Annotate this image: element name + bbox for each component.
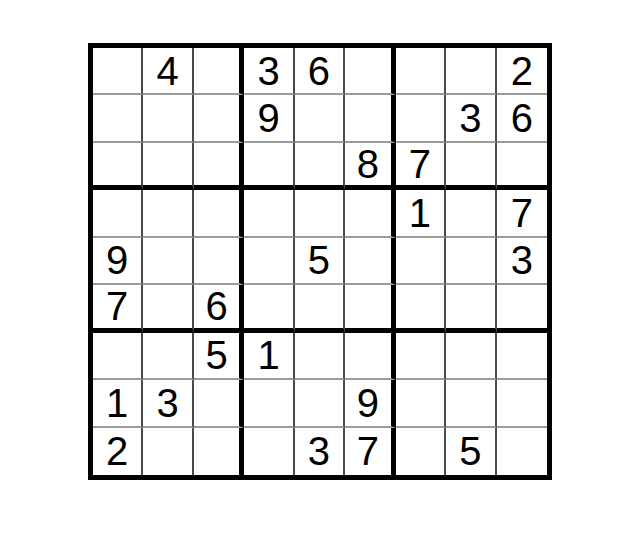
cell-r8c2-given-3[interactable]: 3 (143, 380, 193, 427)
cell-r9c3[interactable] (194, 428, 244, 475)
cell-r4c5[interactable] (295, 190, 345, 237)
cell-r9c5-given-3[interactable]: 3 (295, 428, 345, 475)
cell-r7c3-given-5[interactable]: 5 (194, 333, 244, 380)
cell-r4c9-given-7[interactable]: 7 (497, 190, 547, 237)
page-background: 4362936871795376511392375 (0, 0, 640, 540)
cell-r5c1-given-9[interactable]: 9 (93, 238, 143, 285)
cell-r3c9[interactable] (497, 143, 547, 190)
cell-r4c7-given-1[interactable]: 1 (396, 190, 446, 237)
cell-r3c2[interactable] (143, 143, 193, 190)
cell-r5c5-given-5[interactable]: 5 (295, 238, 345, 285)
cell-r7c9[interactable] (497, 333, 547, 380)
cell-r4c8[interactable] (446, 190, 496, 237)
cell-r3c8[interactable] (446, 143, 496, 190)
cell-r7c7[interactable] (396, 333, 446, 380)
cell-r5c4[interactable] (244, 238, 294, 285)
cell-r1c2-given-4[interactable]: 4 (143, 48, 193, 95)
cell-r1c8[interactable] (446, 48, 496, 95)
cell-r2c7[interactable] (396, 95, 446, 142)
cell-r8c5[interactable] (295, 380, 345, 427)
cell-r6c4[interactable] (244, 285, 294, 332)
cell-r1c5-given-6[interactable]: 6 (295, 48, 345, 95)
cell-r3c1[interactable] (93, 143, 143, 190)
cell-r2c9-given-6[interactable]: 6 (497, 95, 547, 142)
cell-r3c4[interactable] (244, 143, 294, 190)
cell-r8c1-given-1[interactable]: 1 (93, 380, 143, 427)
cell-r2c2[interactable] (143, 95, 193, 142)
cell-r1c4-given-3[interactable]: 3 (244, 48, 294, 95)
cell-r7c2[interactable] (143, 333, 193, 380)
cell-r7c1[interactable] (93, 333, 143, 380)
cell-r8c6-given-9[interactable]: 9 (345, 380, 395, 427)
cell-r1c3[interactable] (194, 48, 244, 95)
cell-r8c3[interactable] (194, 380, 244, 427)
cell-r9c2[interactable] (143, 428, 193, 475)
cell-r4c4[interactable] (244, 190, 294, 237)
cell-r6c2[interactable] (143, 285, 193, 332)
cell-r7c8[interactable] (446, 333, 496, 380)
cell-r9c4[interactable] (244, 428, 294, 475)
sudoku-grid: 4362936871795376511392375 (88, 43, 552, 480)
cell-r8c8[interactable] (446, 380, 496, 427)
cell-r9c7[interactable] (396, 428, 446, 475)
cell-r5c3[interactable] (194, 238, 244, 285)
cell-r6c7[interactable] (396, 285, 446, 332)
cell-r4c2[interactable] (143, 190, 193, 237)
cell-r9c6-given-7[interactable]: 7 (345, 428, 395, 475)
cell-r3c6-given-8[interactable]: 8 (345, 143, 395, 190)
cell-r4c6[interactable] (345, 190, 395, 237)
cell-r3c7-given-7[interactable]: 7 (396, 143, 446, 190)
cell-r6c8[interactable] (446, 285, 496, 332)
cell-r5c7[interactable] (396, 238, 446, 285)
cell-r1c7[interactable] (396, 48, 446, 95)
cell-r8c4[interactable] (244, 380, 294, 427)
cell-r3c5[interactable] (295, 143, 345, 190)
cell-r4c3[interactable] (194, 190, 244, 237)
cell-r1c9-given-2[interactable]: 2 (497, 48, 547, 95)
cell-r5c9-given-3[interactable]: 3 (497, 238, 547, 285)
cell-r2c5[interactable] (295, 95, 345, 142)
cell-r5c6[interactable] (345, 238, 395, 285)
cell-r3c3[interactable] (194, 143, 244, 190)
cell-r1c1[interactable] (93, 48, 143, 95)
cell-r8c9[interactable] (497, 380, 547, 427)
cell-r7c4-given-1[interactable]: 1 (244, 333, 294, 380)
cell-r6c3-given-6[interactable]: 6 (194, 285, 244, 332)
cell-r6c1-given-7[interactable]: 7 (93, 285, 143, 332)
cell-r2c1[interactable] (93, 95, 143, 142)
cell-r5c2[interactable] (143, 238, 193, 285)
cell-r5c8[interactable] (446, 238, 496, 285)
cell-r9c8-given-5[interactable]: 5 (446, 428, 496, 475)
cell-r7c6[interactable] (345, 333, 395, 380)
cell-r6c5[interactable] (295, 285, 345, 332)
cell-r8c7[interactable] (396, 380, 446, 427)
cell-r2c6[interactable] (345, 95, 395, 142)
cell-r2c8-given-3[interactable]: 3 (446, 95, 496, 142)
cell-r9c1-given-2[interactable]: 2 (93, 428, 143, 475)
cell-r2c3[interactable] (194, 95, 244, 142)
cell-r6c9[interactable] (497, 285, 547, 332)
cell-r2c4-given-9[interactable]: 9 (244, 95, 294, 142)
cell-r9c9[interactable] (497, 428, 547, 475)
cell-r7c5[interactable] (295, 333, 345, 380)
cell-r6c6[interactable] (345, 285, 395, 332)
cell-r4c1[interactable] (93, 190, 143, 237)
cell-r1c6[interactable] (345, 48, 395, 95)
